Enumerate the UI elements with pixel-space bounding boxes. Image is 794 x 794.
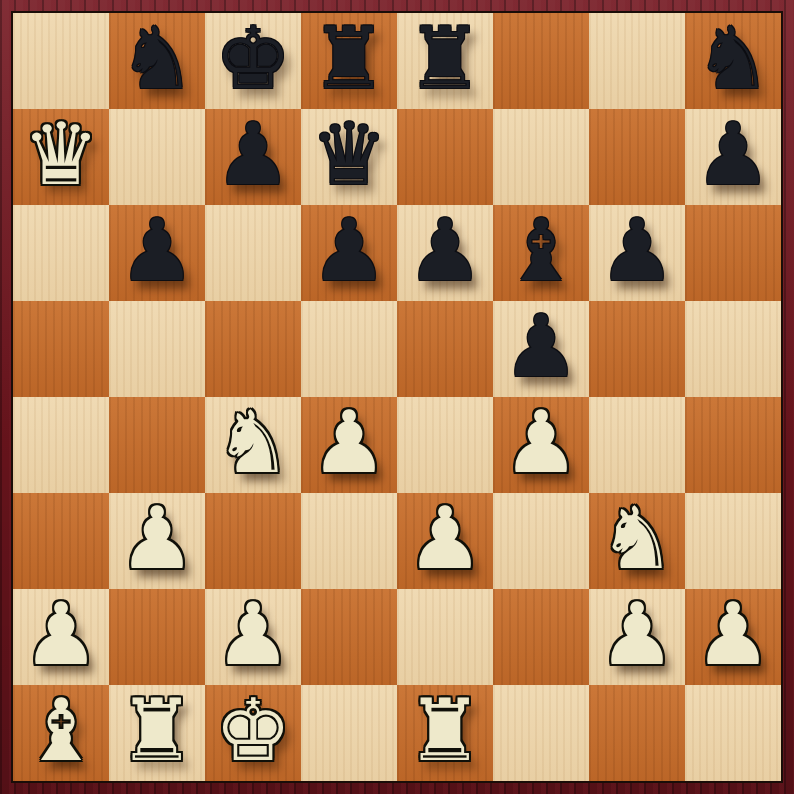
square-c4[interactable]: ♞ bbox=[205, 397, 301, 493]
square-h5[interactable] bbox=[685, 301, 781, 397]
black-rook-piece: ♜ bbox=[310, 10, 387, 106]
black-pawn-piece: ♟ bbox=[502, 298, 579, 394]
square-e6[interactable]: ♟ bbox=[397, 205, 493, 301]
square-a8[interactable] bbox=[13, 13, 109, 109]
square-b4[interactable] bbox=[109, 397, 205, 493]
square-g3[interactable]: ♞ bbox=[589, 493, 685, 589]
square-c2[interactable]: ♟ bbox=[205, 589, 301, 685]
square-g1[interactable] bbox=[589, 685, 685, 781]
square-f6[interactable]: ♝ bbox=[493, 205, 589, 301]
square-h2[interactable]: ♟ bbox=[685, 589, 781, 685]
black-queen-piece: ♛ bbox=[310, 106, 387, 202]
black-pawn-piece: ♟ bbox=[406, 202, 483, 298]
square-h6[interactable] bbox=[685, 205, 781, 301]
square-h4[interactable] bbox=[685, 397, 781, 493]
white-queen-piece: ♛ bbox=[22, 106, 99, 202]
square-c1[interactable]: ♚ bbox=[205, 685, 301, 781]
square-d6[interactable]: ♟ bbox=[301, 205, 397, 301]
square-e5[interactable] bbox=[397, 301, 493, 397]
square-c5[interactable] bbox=[205, 301, 301, 397]
square-f8[interactable] bbox=[493, 13, 589, 109]
square-e1[interactable]: ♜ bbox=[397, 685, 493, 781]
square-e8[interactable]: ♜ bbox=[397, 13, 493, 109]
square-f5[interactable]: ♟ bbox=[493, 301, 589, 397]
white-pawn-piece: ♟ bbox=[406, 490, 483, 586]
square-h8[interactable]: ♞ bbox=[685, 13, 781, 109]
square-f7[interactable] bbox=[493, 109, 589, 205]
black-pawn-piece: ♟ bbox=[214, 106, 291, 202]
square-g7[interactable] bbox=[589, 109, 685, 205]
chess-app: ♞♚♜♜♞♛♟♛♟♟♟♟♝♟♟♞♟♟♟♟♞♟♟♟♟♝♜♚♜ bbox=[0, 0, 794, 794]
white-bishop-piece: ♝ bbox=[22, 682, 99, 778]
square-c8[interactable]: ♚ bbox=[205, 13, 301, 109]
square-f3[interactable] bbox=[493, 493, 589, 589]
square-d7[interactable]: ♛ bbox=[301, 109, 397, 205]
square-b3[interactable]: ♟ bbox=[109, 493, 205, 589]
square-h1[interactable] bbox=[685, 685, 781, 781]
square-g2[interactable]: ♟ bbox=[589, 589, 685, 685]
square-a4[interactable] bbox=[13, 397, 109, 493]
square-a6[interactable] bbox=[13, 205, 109, 301]
square-g6[interactable]: ♟ bbox=[589, 205, 685, 301]
black-pawn-piece: ♟ bbox=[310, 202, 387, 298]
square-c7[interactable]: ♟ bbox=[205, 109, 301, 205]
board-frame: ♞♚♜♜♞♛♟♛♟♟♟♟♝♟♟♞♟♟♟♟♞♟♟♟♟♝♜♚♜ bbox=[0, 0, 794, 794]
square-a1[interactable]: ♝ bbox=[13, 685, 109, 781]
square-c6[interactable] bbox=[205, 205, 301, 301]
square-h7[interactable]: ♟ bbox=[685, 109, 781, 205]
white-knight-piece: ♞ bbox=[214, 394, 291, 490]
black-knight-piece: ♞ bbox=[118, 10, 195, 106]
white-pawn-piece: ♟ bbox=[502, 394, 579, 490]
square-b5[interactable] bbox=[109, 301, 205, 397]
square-a5[interactable] bbox=[13, 301, 109, 397]
black-pawn-piece: ♟ bbox=[598, 202, 675, 298]
white-pawn-piece: ♟ bbox=[22, 586, 99, 682]
square-e3[interactable]: ♟ bbox=[397, 493, 493, 589]
square-a2[interactable]: ♟ bbox=[13, 589, 109, 685]
black-knight-piece: ♞ bbox=[694, 10, 771, 106]
square-b6[interactable]: ♟ bbox=[109, 205, 205, 301]
white-pawn-piece: ♟ bbox=[118, 490, 195, 586]
square-b2[interactable] bbox=[109, 589, 205, 685]
square-e7[interactable] bbox=[397, 109, 493, 205]
square-a7[interactable]: ♛ bbox=[13, 109, 109, 205]
square-b8[interactable]: ♞ bbox=[109, 13, 205, 109]
white-pawn-piece: ♟ bbox=[598, 586, 675, 682]
square-f1[interactable] bbox=[493, 685, 589, 781]
square-d4[interactable]: ♟ bbox=[301, 397, 397, 493]
black-pawn-piece: ♟ bbox=[694, 106, 771, 202]
square-f4[interactable]: ♟ bbox=[493, 397, 589, 493]
black-bishop-piece: ♝ bbox=[502, 202, 579, 298]
square-g4[interactable] bbox=[589, 397, 685, 493]
square-d2[interactable] bbox=[301, 589, 397, 685]
square-d5[interactable] bbox=[301, 301, 397, 397]
white-king-piece: ♚ bbox=[214, 682, 291, 778]
square-d3[interactable] bbox=[301, 493, 397, 589]
square-b7[interactable] bbox=[109, 109, 205, 205]
white-pawn-piece: ♟ bbox=[310, 394, 387, 490]
white-rook-piece: ♜ bbox=[406, 682, 483, 778]
square-f2[interactable] bbox=[493, 589, 589, 685]
square-e2[interactable] bbox=[397, 589, 493, 685]
square-g8[interactable] bbox=[589, 13, 685, 109]
square-g5[interactable] bbox=[589, 301, 685, 397]
chess-board: ♞♚♜♜♞♛♟♛♟♟♟♟♝♟♟♞♟♟♟♟♞♟♟♟♟♝♜♚♜ bbox=[11, 11, 783, 783]
square-d1[interactable] bbox=[301, 685, 397, 781]
white-knight-piece: ♞ bbox=[598, 490, 675, 586]
square-c3[interactable] bbox=[205, 493, 301, 589]
white-pawn-piece: ♟ bbox=[694, 586, 771, 682]
white-rook-piece: ♜ bbox=[118, 682, 195, 778]
square-h3[interactable] bbox=[685, 493, 781, 589]
square-e4[interactable] bbox=[397, 397, 493, 493]
square-a3[interactable] bbox=[13, 493, 109, 589]
black-king-piece: ♚ bbox=[214, 10, 291, 106]
black-pawn-piece: ♟ bbox=[118, 202, 195, 298]
square-b1[interactable]: ♜ bbox=[109, 685, 205, 781]
square-d8[interactable]: ♜ bbox=[301, 13, 397, 109]
white-pawn-piece: ♟ bbox=[214, 586, 291, 682]
black-rook-piece: ♜ bbox=[406, 10, 483, 106]
